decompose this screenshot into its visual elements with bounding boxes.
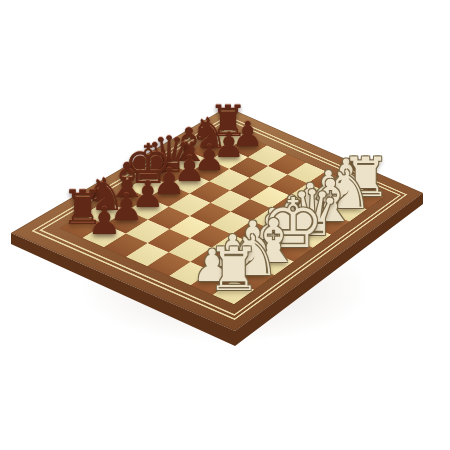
chess-set-photo: ♜♟♞♟♝♟♛♟♚♟♟♜♝♟♟♞♞♟♟♝♜♟♟♛♟♚♟♝♟♞♟♜: [0, 0, 450, 450]
piece-black-pawn-h7[interactable]: ♟: [87, 202, 121, 240]
piece-white-rook-h1[interactable]: ♜: [207, 240, 260, 300]
